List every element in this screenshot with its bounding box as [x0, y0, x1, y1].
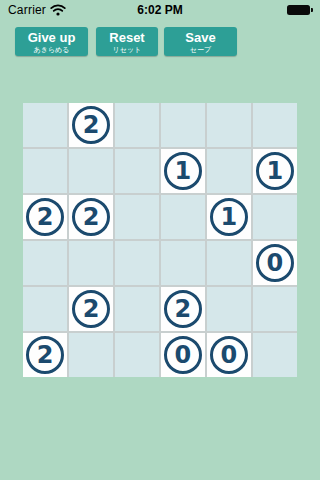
- grid-cell[interactable]: [207, 103, 251, 147]
- grid-cell[interactable]: [115, 149, 159, 193]
- clue-circle: 2: [72, 198, 110, 236]
- save-button[interactable]: Save セーブ: [164, 27, 237, 56]
- clue-number: 2: [37, 205, 54, 229]
- battery-icon: [287, 5, 310, 15]
- grid-cell[interactable]: [253, 195, 297, 239]
- give-up-button[interactable]: Give up あきらめる: [15, 27, 88, 56]
- clue-circle: 2: [26, 198, 64, 236]
- clue-circle: 0: [164, 336, 202, 374]
- grid-cell[interactable]: [207, 287, 251, 331]
- clue-number: 0: [175, 343, 192, 367]
- clue-circle: 2: [26, 336, 64, 374]
- clue-circle: 2: [164, 290, 202, 328]
- grid-cell[interactable]: 0: [161, 333, 205, 377]
- grid-cell[interactable]: [23, 103, 67, 147]
- clue-number: 1: [266, 159, 283, 183]
- save-label: Save: [185, 31, 215, 45]
- grid-cell[interactable]: [207, 241, 251, 285]
- clue-number: 2: [83, 205, 100, 229]
- grid-cell[interactable]: [23, 149, 67, 193]
- grid-cell[interactable]: [23, 287, 67, 331]
- clue-number: 0: [221, 343, 238, 367]
- puzzle-grid: 211221022200: [23, 103, 297, 377]
- clue-number: 0: [266, 251, 283, 275]
- grid-cell[interactable]: [69, 333, 113, 377]
- clue-number: 2: [175, 297, 192, 321]
- reset-button[interactable]: Reset リセット: [96, 27, 158, 56]
- reset-label: Reset: [109, 31, 144, 45]
- grid-cell[interactable]: 2: [69, 195, 113, 239]
- grid-cell[interactable]: [69, 241, 113, 285]
- clue-number: 1: [221, 205, 238, 229]
- clue-circle: 1: [256, 152, 294, 190]
- clue-circle: 0: [210, 336, 248, 374]
- grid-cell[interactable]: [115, 195, 159, 239]
- grid-cell[interactable]: 2: [69, 103, 113, 147]
- grid-cell[interactable]: 1: [161, 149, 205, 193]
- give-up-sublabel: あきらめる: [34, 46, 70, 54]
- grid-cell[interactable]: [23, 241, 67, 285]
- clue-circle: 1: [210, 198, 248, 236]
- clue-circle: 2: [72, 290, 110, 328]
- clue-number: 2: [83, 297, 100, 321]
- status-bar: Carrier 6:02 PM: [0, 0, 320, 20]
- clue-number: 2: [83, 113, 100, 137]
- grid-cell[interactable]: [207, 149, 251, 193]
- grid-cell[interactable]: [115, 333, 159, 377]
- grid-cell[interactable]: [115, 287, 159, 331]
- give-up-label: Give up: [28, 31, 76, 45]
- grid-cell[interactable]: [253, 333, 297, 377]
- grid-cell[interactable]: [253, 287, 297, 331]
- grid-cell[interactable]: 2: [161, 287, 205, 331]
- grid-cell[interactable]: 0: [253, 241, 297, 285]
- grid-cell[interactable]: [161, 241, 205, 285]
- clock: 6:02 PM: [0, 3, 320, 17]
- grid-cell[interactable]: [115, 241, 159, 285]
- reset-sublabel: リセット: [113, 46, 142, 54]
- clue-circle: 0: [256, 244, 294, 282]
- clue-number: 1: [175, 159, 192, 183]
- clue-circle: 2: [72, 106, 110, 144]
- grid-cell[interactable]: 2: [23, 333, 67, 377]
- clue-number: 2: [37, 343, 54, 367]
- grid-cell[interactable]: 0: [207, 333, 251, 377]
- clue-circle: 1: [164, 152, 202, 190]
- grid-cell[interactable]: 1: [253, 149, 297, 193]
- save-sublabel: セーブ: [190, 46, 211, 54]
- grid-cell[interactable]: [161, 195, 205, 239]
- grid-cell[interactable]: [253, 103, 297, 147]
- grid-cell[interactable]: 2: [69, 287, 113, 331]
- grid-cell[interactable]: [115, 103, 159, 147]
- grid-cell[interactable]: 2: [23, 195, 67, 239]
- grid-cell[interactable]: 1: [207, 195, 251, 239]
- grid-cell[interactable]: [161, 103, 205, 147]
- grid-cell[interactable]: [69, 149, 113, 193]
